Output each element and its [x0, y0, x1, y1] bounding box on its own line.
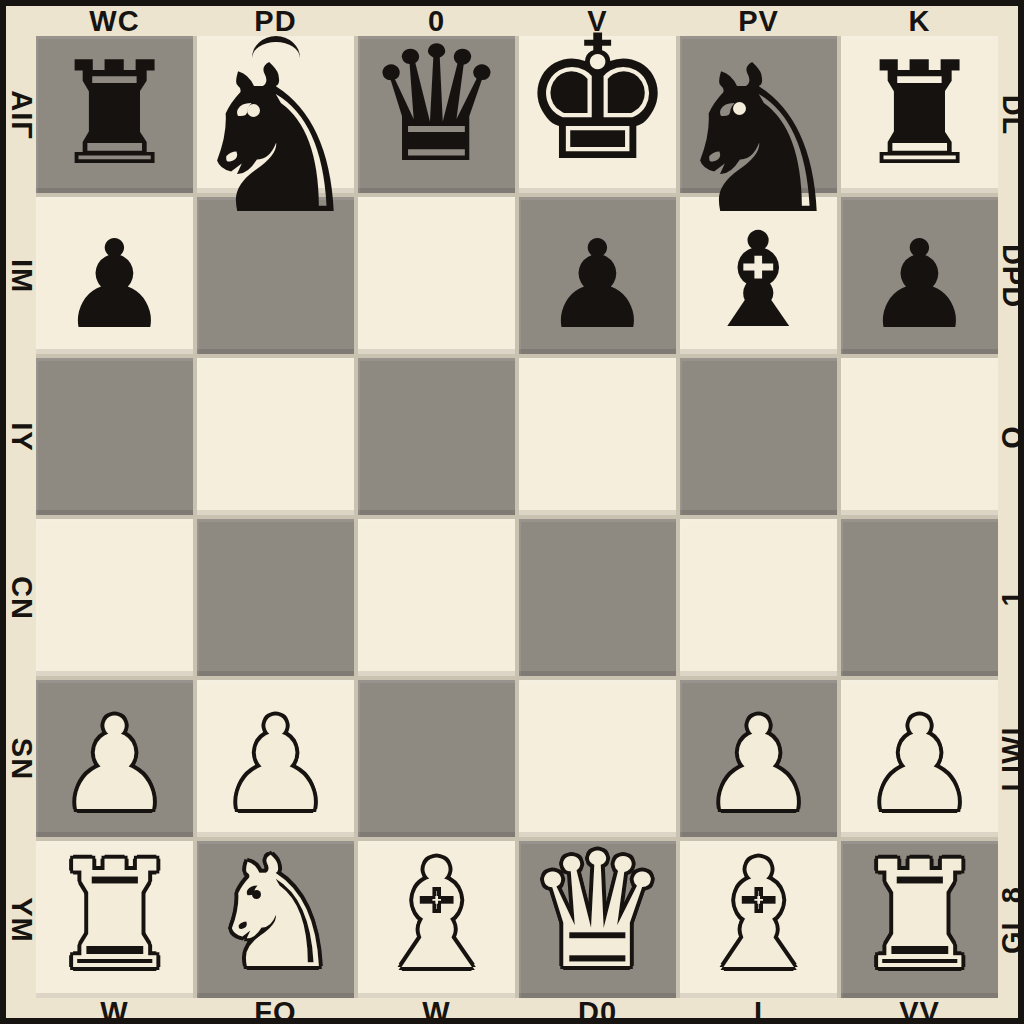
white-rook-icon[interactable]: ♜ [48, 842, 181, 990]
rank-label-right-2: DPD [996, 243, 1024, 307]
file-label-bottom-6: VV [899, 996, 940, 1024]
knight-eye-dot [247, 104, 260, 117]
file-label-bottom-3: W [422, 996, 450, 1024]
square-r2c3[interactable] [358, 197, 515, 354]
white-queen-icon[interactable]: ♛ [527, 832, 669, 990]
knight-eye-dot [252, 890, 261, 899]
square-r6c3[interactable]: ♝ [358, 841, 515, 998]
file-label-top-6: K [909, 5, 931, 38]
square-r4c3[interactable] [358, 519, 515, 676]
rank-label-right-6: GL 8 [996, 886, 1024, 954]
square-r2c4[interactable]: ♟ [519, 197, 676, 354]
file-label-bottom-2: FO [254, 996, 296, 1024]
file-label-bottom-5: I [754, 996, 763, 1024]
square-r5c5[interactable]: ♟ [680, 680, 837, 837]
square-r4c4[interactable] [519, 519, 676, 676]
black-knight-icon[interactable]: ♞ [667, 39, 850, 243]
square-r1c6[interactable]: ♜ [841, 36, 998, 193]
chessboard-diagram: ♜♞♛♚♞♜♟♟♝♟♟♟♟♟♜♞♝♛♝♜ WCWAIΓDLPDFOIMDPD0W… [0, 0, 1024, 1024]
square-r4c1[interactable] [36, 519, 193, 676]
file-label-top-2: PD [254, 5, 296, 38]
square-r6c1[interactable]: ♜ [36, 841, 193, 998]
black-pawn-icon[interactable]: ♟ [60, 224, 169, 346]
white-bishop-icon[interactable]: ♝ [369, 840, 503, 990]
square-r6c6[interactable]: ♜ [841, 841, 998, 998]
white-knight-icon[interactable]: ♞ [207, 838, 343, 990]
square-r5c2[interactable]: ♟ [197, 680, 354, 837]
white-rook-icon[interactable]: ♜ [853, 842, 986, 990]
square-r2c1[interactable]: ♟ [36, 197, 193, 354]
black-pawn-icon[interactable]: ♟ [543, 224, 652, 346]
file-label-top-1: WC [89, 5, 139, 38]
rank-label-right-4: 1 [996, 589, 1024, 606]
file-label-top-5: PV [738, 5, 779, 38]
square-r2c6[interactable]: ♟ [841, 197, 998, 354]
square-r1c1[interactable]: ♜ [36, 36, 193, 193]
black-queen-icon[interactable]: ♛ [365, 25, 508, 185]
square-r3c6[interactable] [841, 358, 998, 515]
black-rook-icon[interactable]: ♜ [856, 43, 983, 185]
square-r4c6[interactable] [841, 519, 998, 676]
black-rook-icon[interactable]: ♜ [51, 43, 178, 185]
square-r4c5[interactable] [680, 519, 837, 676]
file-label-top-4: V [587, 5, 607, 38]
rank-label-left-2: IM [5, 258, 38, 292]
square-r1c4[interactable]: ♚ [519, 36, 676, 193]
square-r1c5[interactable]: ♞ [680, 36, 837, 193]
square-r1c2[interactable]: ♞ [197, 36, 354, 193]
black-king-icon[interactable]: ♚ [520, 13, 674, 185]
square-r3c2[interactable] [197, 358, 354, 515]
file-label-bottom-1: W [100, 996, 128, 1024]
square-r3c5[interactable] [680, 358, 837, 515]
square-r5c6[interactable]: ♟ [841, 680, 998, 837]
square-r6c4[interactable]: ♛ [519, 841, 676, 998]
rank-label-right-3: O [996, 425, 1024, 449]
white-pawn-icon[interactable]: ♟ [218, 701, 333, 829]
black-pawn-icon[interactable]: ♟ [865, 224, 974, 346]
square-r5c4[interactable] [519, 680, 676, 837]
rank-label-right-5: LIWI [996, 726, 1024, 791]
rank-label-left-5: SN [5, 737, 38, 779]
rank-label-left-4: CN [5, 576, 38, 620]
square-r3c1[interactable] [36, 358, 193, 515]
white-pawn-icon[interactable]: ♟ [57, 701, 172, 829]
file-label-bottom-4: D0 [578, 996, 617, 1024]
square-r4c2[interactable] [197, 519, 354, 676]
square-r3c4[interactable] [519, 358, 676, 515]
rank-label-left-1: AIΓ [5, 90, 38, 139]
black-knight-icon[interactable]: ♞ [184, 39, 367, 243]
square-r1c3[interactable]: ♛ [358, 36, 515, 193]
square-r6c5[interactable]: ♝ [680, 841, 837, 998]
rank-label-left-6: YM [5, 897, 38, 943]
white-pawn-icon[interactable]: ♟ [701, 701, 816, 829]
square-r6c2[interactable]: ♞ [197, 841, 354, 998]
square-r3c3[interactable] [358, 358, 515, 515]
rank-label-left-3: IY [5, 422, 38, 451]
square-r5c1[interactable]: ♟ [36, 680, 193, 837]
square-r5c3[interactable] [358, 680, 515, 837]
white-pawn-icon[interactable]: ♟ [862, 701, 977, 829]
white-bishop-icon[interactable]: ♝ [691, 840, 825, 990]
file-label-top-3: 0 [428, 5, 445, 38]
rank-label-right-1: DL [996, 94, 1024, 135]
chess-board: ♜♞♛♚♞♜♟♟♝♟♟♟♟♟♜♞♝♛♝♜ [36, 36, 998, 998]
